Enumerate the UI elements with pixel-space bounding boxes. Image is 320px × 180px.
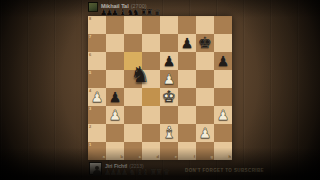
square-f5[interactable] bbox=[178, 70, 196, 88]
square-a5[interactable]: 5 bbox=[88, 70, 106, 88]
square-d4[interactable] bbox=[142, 88, 160, 106]
square-e8[interactable] bbox=[160, 16, 178, 34]
video-frame: Mikhail Tal(2700) ♟♟♟♝♞♞♜♜♛ 87♟♚6♟♟5♟4♟♟… bbox=[0, 0, 320, 180]
square-c2[interactable] bbox=[124, 124, 142, 142]
square-b6[interactable] bbox=[106, 52, 124, 70]
square-g5[interactable] bbox=[196, 70, 214, 88]
square-a6[interactable]: 6 bbox=[88, 52, 106, 70]
avatar-top-player bbox=[88, 2, 98, 12]
black-pawn[interactable]: ♟ bbox=[214, 52, 232, 70]
square-f8[interactable] bbox=[178, 16, 196, 34]
square-b7[interactable] bbox=[106, 34, 124, 52]
square-g6[interactable] bbox=[196, 52, 214, 70]
square-b8[interactable] bbox=[106, 16, 124, 34]
file-label-a: a bbox=[103, 155, 105, 159]
file-label-f: f bbox=[194, 155, 195, 159]
rank-label-2: 2 bbox=[89, 125, 91, 129]
white-pawn[interactable]: ♟ bbox=[106, 106, 124, 124]
square-a4[interactable]: 4♟ bbox=[88, 88, 106, 106]
file-label-c: c bbox=[139, 155, 141, 159]
square-e1[interactable]: e bbox=[160, 142, 178, 160]
rank-label-6: 6 bbox=[89, 53, 91, 57]
square-f1[interactable]: f bbox=[178, 142, 196, 160]
square-g3[interactable] bbox=[196, 106, 214, 124]
white-pawn[interactable]: ♟ bbox=[214, 106, 232, 124]
white-king[interactable]: ♚ bbox=[160, 88, 178, 106]
square-g8[interactable] bbox=[196, 16, 214, 34]
square-d1[interactable]: d bbox=[142, 142, 160, 160]
square-b1[interactable]: b bbox=[106, 142, 124, 160]
square-g1[interactable]: g bbox=[196, 142, 214, 160]
file-label-d: d bbox=[157, 155, 159, 159]
black-knight-moving[interactable]: ♞ bbox=[131, 66, 149, 84]
black-king[interactable]: ♚ bbox=[196, 34, 214, 52]
square-c4[interactable] bbox=[124, 88, 142, 106]
square-h6[interactable]: ♟ bbox=[214, 52, 232, 70]
square-h8[interactable] bbox=[214, 16, 232, 34]
square-e3[interactable] bbox=[160, 106, 178, 124]
square-a3[interactable]: 3 bbox=[88, 106, 106, 124]
square-b3[interactable]: ♟ bbox=[106, 106, 124, 124]
square-a7[interactable]: 7 bbox=[88, 34, 106, 52]
square-b2[interactable] bbox=[106, 124, 124, 142]
square-e7[interactable] bbox=[160, 34, 178, 52]
square-c3[interactable] bbox=[124, 106, 142, 124]
white-pawn[interactable]: ♟ bbox=[160, 70, 178, 88]
white-pawn[interactable]: ♟ bbox=[88, 88, 106, 106]
avatar-bottom-player bbox=[89, 162, 102, 175]
file-label-g: g bbox=[211, 155, 213, 159]
square-g4[interactable] bbox=[196, 88, 214, 106]
square-d7[interactable] bbox=[142, 34, 160, 52]
square-a8[interactable]: 8 bbox=[88, 16, 106, 34]
captured-pawn-icon: ♟ bbox=[121, 168, 127, 177]
rank-label-3: 3 bbox=[89, 107, 91, 111]
person-silhouette-body bbox=[93, 170, 101, 176]
file-label-b: b bbox=[121, 155, 123, 159]
square-h2[interactable] bbox=[214, 124, 232, 142]
square-f2[interactable] bbox=[178, 124, 196, 142]
white-bishop[interactable]: ♝ bbox=[160, 124, 178, 142]
rank-label-8: 8 bbox=[89, 17, 91, 21]
square-h3[interactable]: ♟ bbox=[214, 106, 232, 124]
rank-label-1: 1 bbox=[89, 143, 91, 147]
rank-label-5: 5 bbox=[89, 71, 91, 75]
square-a1[interactable]: 1a bbox=[88, 142, 106, 160]
captured-queen-icon: ♛ bbox=[163, 168, 169, 177]
square-c7[interactable] bbox=[124, 34, 142, 52]
square-c8[interactable] bbox=[124, 16, 142, 34]
black-pawn[interactable]: ♟ bbox=[178, 34, 196, 52]
square-f3[interactable] bbox=[178, 106, 196, 124]
black-pawn[interactable]: ♟ bbox=[160, 52, 178, 70]
square-d8[interactable] bbox=[142, 16, 160, 34]
square-f4[interactable] bbox=[178, 88, 196, 106]
square-b4[interactable]: ♟ bbox=[106, 88, 124, 106]
square-d3[interactable] bbox=[142, 106, 160, 124]
captured-rook-icon: ♜ bbox=[155, 168, 161, 177]
square-h4[interactable] bbox=[214, 88, 232, 106]
square-b5[interactable] bbox=[106, 70, 124, 88]
person-silhouette-icon bbox=[95, 166, 99, 170]
square-f6[interactable] bbox=[178, 52, 196, 70]
rank-label-7: 7 bbox=[89, 35, 91, 39]
square-d2[interactable] bbox=[142, 124, 160, 142]
square-g2[interactable]: ♟ bbox=[196, 124, 214, 142]
chess-board[interactable]: 87♟♚6♟♟5♟4♟♟♚3♟♟2♝♟1abcdefgh♞ bbox=[88, 16, 232, 160]
square-a2[interactable]: 2 bbox=[88, 124, 106, 142]
subscribe-text: DON'T FORGET TO SUBSCRIBE bbox=[185, 168, 264, 173]
file-label-h: h bbox=[229, 155, 231, 159]
square-c1[interactable]: c bbox=[124, 142, 142, 160]
square-f7[interactable]: ♟ bbox=[178, 34, 196, 52]
square-e4[interactable]: ♚ bbox=[160, 88, 178, 106]
captured-pieces-bottom: ♟♟♟♟♞♝♝♜♜♛ bbox=[104, 169, 169, 177]
square-h7[interactable] bbox=[214, 34, 232, 52]
square-e2[interactable]: ♝ bbox=[160, 124, 178, 142]
captured-knight-icon: ♞ bbox=[129, 168, 135, 177]
captured-bishop-icon: ♝ bbox=[142, 168, 148, 177]
square-h1[interactable]: h bbox=[214, 142, 232, 160]
file-label-e: e bbox=[175, 155, 177, 159]
square-h5[interactable] bbox=[214, 70, 232, 88]
white-pawn[interactable]: ♟ bbox=[196, 124, 214, 142]
square-e6[interactable]: ♟ bbox=[160, 52, 178, 70]
square-e5[interactable]: ♟ bbox=[160, 70, 178, 88]
black-pawn[interactable]: ♟ bbox=[106, 88, 124, 106]
square-g7[interactable]: ♚ bbox=[196, 34, 214, 52]
